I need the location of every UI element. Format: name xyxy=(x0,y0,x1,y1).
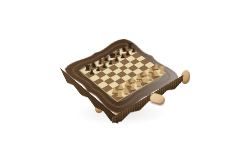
board-square xyxy=(133,68,143,75)
perspective-stage: ♜♞♝♛♚♝♞♜♟♟♟♟♟♟♟♟♟♟♟♟♟♟♟♟♜♞♝♛♚♝♞♜ xyxy=(0,0,240,150)
board-square xyxy=(139,65,149,72)
product-photo: ♜♞♝♛♚♝♞♜♟♟♟♟♟♟♟♟♟♟♟♟♟♟♟♟♜♞♝♛♚♝♞♜ xyxy=(0,0,240,150)
